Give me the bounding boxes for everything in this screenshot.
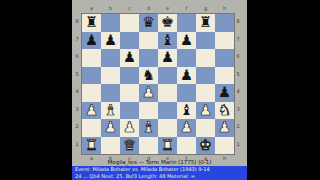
event-line: Event: Milada Bohater vs. Milada Bohater… [72, 166, 247, 173]
square-e6: ♟ [158, 49, 177, 67]
square-h6 [215, 49, 234, 67]
rank-label-5: 5 [74, 66, 80, 84]
white-pawn-d4: ♟ [142, 84, 155, 102]
square-g7 [196, 32, 215, 50]
rank-label-7: 7 [235, 31, 241, 49]
black-pawn-e6: ♟ [161, 49, 174, 67]
square-g6 [196, 49, 215, 67]
square-d2: ♝ [139, 119, 158, 137]
black-pawn-f5: ♟ [180, 66, 193, 84]
rank-label-2: 2 [235, 118, 241, 136]
square-b6 [101, 49, 120, 67]
square-h5 [215, 67, 234, 85]
square-g5 [196, 67, 215, 85]
video-frame: abcdefgh 87654321 ♜♛♚♜♟♟♝♟♟♟♞♟♟♟♟♝♝♟♞♟♟♝… [72, 0, 247, 180]
square-c1: ♛ [120, 137, 139, 155]
white-pawn-c2: ♟ [123, 119, 136, 137]
black-pawn-c6: ♟ [123, 49, 136, 67]
square-c2: ♟ [120, 119, 139, 137]
square-f5: ♟ [177, 67, 196, 85]
square-a4 [82, 84, 101, 102]
black-rook-a8: ♜ [85, 14, 98, 32]
square-c7 [120, 32, 139, 50]
rank-label-3: 3 [74, 101, 80, 119]
square-e3 [158, 102, 177, 120]
square-b4 [101, 84, 120, 102]
white-pawn-a3: ♟ [85, 101, 98, 119]
square-g3: ♟ [196, 102, 215, 120]
black-rook-g8: ♜ [199, 14, 212, 32]
rank-label-1: 1 [74, 136, 80, 154]
white-rook-a1: ♜ [85, 136, 98, 154]
rank-label-4: 4 [235, 83, 241, 101]
white-rook-e1: ♜ [161, 136, 174, 154]
square-c5 [120, 67, 139, 85]
square-g8: ♜ [196, 14, 215, 32]
info-bar: Event: Milada Bohater vs. Milada Bohater… [72, 166, 247, 180]
white-bishop-d2: ♝ [142, 119, 155, 137]
square-e5 [158, 67, 177, 85]
square-g4 [196, 84, 215, 102]
file-label-d: d [139, 5, 158, 12]
white-king-g1: ♚ [199, 136, 212, 154]
black-king-e8: ♚ [161, 14, 174, 32]
white-bishop-b3: ♝ [104, 101, 117, 119]
black-pawn-h4: ♟ [218, 84, 231, 102]
square-d4: ♟ [139, 84, 158, 102]
square-a8: ♜ [82, 14, 101, 32]
square-a6 [82, 49, 101, 67]
black-queen-d8: ♛ [142, 14, 155, 32]
square-a5 [82, 67, 101, 85]
rank-label-8: 8 [235, 13, 241, 31]
rank-label-4: 4 [74, 83, 80, 101]
square-f4 [177, 84, 196, 102]
square-e2 [158, 119, 177, 137]
file-label-a: a [82, 5, 101, 12]
square-a3: ♟ [82, 102, 101, 120]
square-h2: ♟ [215, 119, 234, 137]
square-h1 [215, 137, 234, 155]
white-pawn-b2: ♟ [104, 119, 117, 137]
rank-labels-right: 87654321 [235, 13, 241, 153]
white-pawn-g3: ♟ [199, 101, 212, 119]
black-knight-d5: ♞ [142, 66, 155, 84]
square-d3 [139, 102, 158, 120]
square-d5: ♞ [139, 67, 158, 85]
square-b5 [101, 67, 120, 85]
square-a2 [82, 119, 101, 137]
white-pawn-h2: ♟ [218, 119, 231, 137]
rank-label-7: 7 [74, 31, 80, 49]
game-caption: Mogila_tes — Torre Marin (1775) (0-1) [72, 159, 247, 166]
rank-label-6: 6 [235, 48, 241, 66]
white-queen-c1: ♛ [123, 136, 136, 154]
rank-label-5: 5 [235, 66, 241, 84]
square-e4 [158, 84, 177, 102]
square-d7 [139, 32, 158, 50]
white-knight-h3: ♞ [218, 101, 231, 119]
square-c6: ♟ [120, 49, 139, 67]
square-h4: ♟ [215, 84, 234, 102]
square-d8: ♛ [139, 14, 158, 32]
file-label-b: b [101, 5, 120, 12]
square-e1: ♜ [158, 137, 177, 155]
file-label-f: f [177, 5, 196, 12]
square-b3: ♝ [101, 102, 120, 120]
square-a1: ♜ [82, 137, 101, 155]
white-pawn-f2: ♟ [180, 119, 193, 137]
move-info-line: 24 ... Qb4 Next: 25. Bxf3 Length: 48 Mat… [72, 173, 247, 180]
black-bishop-f3: ♝ [180, 101, 193, 119]
rank-label-6: 6 [74, 48, 80, 66]
square-c8 [120, 14, 139, 32]
square-g1: ♚ [196, 137, 215, 155]
square-e7: ♝ [158, 32, 177, 50]
square-f7: ♟ [177, 32, 196, 50]
square-h3: ♞ [215, 102, 234, 120]
square-b2: ♟ [101, 119, 120, 137]
square-f6 [177, 49, 196, 67]
black-pawn-b7: ♟ [104, 31, 117, 49]
file-label-h: h [215, 5, 234, 12]
rank-label-3: 3 [235, 101, 241, 119]
black-pawn-a7: ♟ [85, 31, 98, 49]
square-f8 [177, 14, 196, 32]
file-labels-top: abcdefgh [82, 5, 234, 12]
square-b8 [101, 14, 120, 32]
rank-label-2: 2 [74, 118, 80, 136]
square-d1 [139, 137, 158, 155]
rank-label-8: 8 [74, 13, 80, 31]
square-d6 [139, 49, 158, 67]
square-c4 [120, 84, 139, 102]
square-b1 [101, 137, 120, 155]
square-e8: ♚ [158, 14, 177, 32]
square-f2: ♟ [177, 119, 196, 137]
file-label-e: e [158, 5, 177, 12]
chess-board: ♜♛♚♜♟♟♝♟♟♟♞♟♟♟♟♝♝♟♞♟♟♝♟♟♜♛♜♚ [81, 13, 235, 155]
rank-labels-left: 87654321 [74, 13, 80, 153]
square-b7: ♟ [101, 32, 120, 50]
square-h8 [215, 14, 234, 32]
square-f1 [177, 137, 196, 155]
square-a7: ♟ [82, 32, 101, 50]
square-f3: ♝ [177, 102, 196, 120]
file-label-c: c [120, 5, 139, 12]
square-h7 [215, 32, 234, 50]
square-g2 [196, 119, 215, 137]
black-bishop-e7: ♝ [161, 31, 174, 49]
file-label-g: g [196, 5, 215, 12]
black-pawn-f7: ♟ [180, 31, 193, 49]
square-c3 [120, 102, 139, 120]
rank-label-1: 1 [235, 136, 241, 154]
